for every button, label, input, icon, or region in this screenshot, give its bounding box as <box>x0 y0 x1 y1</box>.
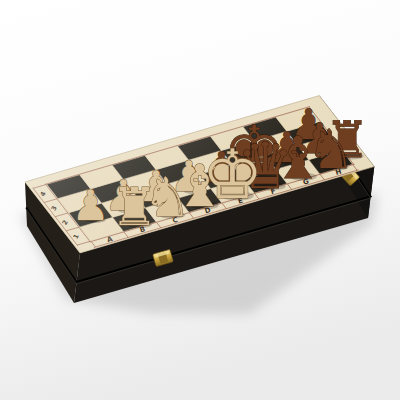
piece-light-rook-b1: ♜ <box>111 177 158 237</box>
piece-glyph-rook: ♜ <box>111 177 158 237</box>
piece-glyph-pawn: ♟ <box>72 181 110 230</box>
product-photo-stage: Overhead product photo of a folded black… <box>0 0 400 400</box>
chess-set-product-photo: ABCDEFGH1234 ♟♟♜♟♞♚♝♟♛♟♚♟♝♟♞♟♜ <box>0 0 400 400</box>
piece-light-pawn-a2: ♟ <box>72 181 110 230</box>
